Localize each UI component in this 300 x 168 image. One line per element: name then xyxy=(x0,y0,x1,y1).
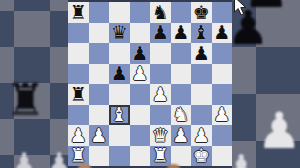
square-h4[interactable] xyxy=(212,84,233,105)
blurred-background-right: ♟♟♟♟ xyxy=(232,0,300,168)
square-g5[interactable] xyxy=(191,64,212,85)
square-g6[interactable]: ♟ xyxy=(191,43,212,64)
square-a5[interactable] xyxy=(68,64,89,85)
square-d8[interactable] xyxy=(130,2,151,23)
square-e2[interactable]: ♛ xyxy=(150,125,171,146)
square-f1[interactable] xyxy=(171,146,192,167)
square-b2[interactable]: ♟ xyxy=(89,125,110,146)
white-rook-e1[interactable]: ♜ xyxy=(152,146,169,165)
white-pawn-a2[interactable]: ♟ xyxy=(70,126,87,145)
square-b6[interactable] xyxy=(89,43,110,64)
square-a6[interactable] xyxy=(68,43,89,64)
square-h7[interactable]: ♟ xyxy=(212,23,233,44)
square-f3[interactable]: ♞ xyxy=(171,105,192,126)
square-g3[interactable] xyxy=(191,105,212,126)
square-d5[interactable]: ♟ xyxy=(130,64,151,85)
square-f6[interactable] xyxy=(171,43,192,64)
black-pawn-d6[interactable]: ♟ xyxy=(131,44,148,63)
square-g4[interactable] xyxy=(191,84,212,105)
square-h6[interactable] xyxy=(212,43,233,64)
square-e5[interactable] xyxy=(150,64,171,85)
square-e8[interactable]: ♞ xyxy=(150,2,171,23)
black-pawn-g6[interactable]: ♟ xyxy=(193,44,210,63)
square-g7[interactable]: ♝ xyxy=(191,23,212,44)
square-f8[interactable] xyxy=(171,2,192,23)
square-a2[interactable]: ♟ xyxy=(68,125,89,146)
white-pawn-e4[interactable]: ♟ xyxy=(152,85,169,104)
square-h2[interactable] xyxy=(212,125,233,146)
white-bishop-c3[interactable]: ♝ xyxy=(111,105,128,124)
square-e1[interactable]: ♜ xyxy=(150,146,171,167)
black-knight-e8[interactable]: ♞ xyxy=(152,3,169,22)
square-h3[interactable]: ♟ xyxy=(212,105,233,126)
blurred-white-pawn: ♟ xyxy=(257,106,300,156)
square-d2[interactable] xyxy=(130,125,151,146)
square-d7[interactable] xyxy=(130,23,151,44)
square-g8[interactable]: ♚ xyxy=(191,2,212,23)
white-pawn-h3[interactable]: ♟ xyxy=(213,105,230,124)
black-pawn-e7[interactable]: ♟ xyxy=(152,23,169,42)
blurred-black-piece-bottom: ♟ xyxy=(243,0,290,15)
square-g2[interactable]: ♟ xyxy=(191,125,212,146)
white-pawn-b2[interactable]: ♟ xyxy=(90,126,107,145)
black-queen-c7[interactable]: ♛ xyxy=(111,23,128,42)
square-d1[interactable] xyxy=(130,146,151,167)
square-c7[interactable]: ♛ xyxy=(109,23,130,44)
square-c2[interactable] xyxy=(109,125,130,146)
white-knight-f3[interactable]: ♞ xyxy=(172,105,189,124)
square-d3[interactable] xyxy=(130,105,151,126)
square-b5[interactable] xyxy=(89,64,110,85)
white-pawn-f2[interactable]: ♟ xyxy=(172,126,189,145)
white-pawn-d5[interactable]: ♟ xyxy=(131,64,148,83)
black-rook-a8[interactable]: ♜ xyxy=(70,3,87,22)
square-e3[interactable] xyxy=(150,105,171,126)
blurred-white-pawn-top: ♟ xyxy=(232,150,256,168)
square-c8[interactable] xyxy=(109,2,130,23)
square-d4[interactable] xyxy=(130,84,151,105)
video-frame: ♜♟♟ ♟♟♟♟ ♜♞♚♛♟♟♝♟♟♟♟♟♜♟♝♞♟♟♟♛♟♟♜♜♚ xyxy=(0,0,300,168)
square-c3[interactable]: ♝ xyxy=(109,105,130,126)
black-pawn-f7[interactable]: ♟ xyxy=(172,23,189,42)
square-a4[interactable]: ♜ xyxy=(68,84,89,105)
square-c1[interactable] xyxy=(109,146,130,167)
black-king-g8[interactable]: ♚ xyxy=(193,3,210,22)
black-pawn-h7[interactable]: ♟ xyxy=(213,23,230,42)
square-a3[interactable] xyxy=(68,105,89,126)
blurred-piece-top xyxy=(78,164,91,168)
square-f4[interactable] xyxy=(171,84,192,105)
square-h8[interactable] xyxy=(212,2,233,23)
square-d6[interactable]: ♟ xyxy=(130,43,151,64)
square-h1[interactable] xyxy=(212,146,233,167)
square-b1[interactable] xyxy=(89,146,110,167)
blurred-white-pawn: ♟ xyxy=(47,149,68,168)
chess-board[interactable]: ♜♞♚♛♟♟♝♟♟♟♟♟♜♟♝♞♟♟♟♛♟♟♜♜♚ xyxy=(68,2,232,166)
square-a7[interactable] xyxy=(68,23,89,44)
white-queen-e2[interactable]: ♛ xyxy=(152,126,169,145)
square-f7[interactable]: ♟ xyxy=(171,23,192,44)
blurred-piece-top xyxy=(167,164,180,168)
square-e7[interactable]: ♟ xyxy=(150,23,171,44)
square-h5[interactable] xyxy=(212,64,233,85)
square-c6[interactable] xyxy=(109,43,130,64)
square-g1[interactable]: ♚ xyxy=(191,146,212,167)
square-b4[interactable] xyxy=(89,84,110,105)
square-a1[interactable]: ♜ xyxy=(68,146,89,167)
square-b3[interactable] xyxy=(89,105,110,126)
white-pawn-g2[interactable]: ♟ xyxy=(193,126,210,145)
square-b8[interactable] xyxy=(89,2,110,23)
square-e6[interactable] xyxy=(150,43,171,64)
blurred-white-pawn: ♟ xyxy=(12,149,36,168)
square-b7[interactable] xyxy=(89,23,110,44)
square-f2[interactable]: ♟ xyxy=(171,125,192,146)
black-rook-a4[interactable]: ♜ xyxy=(70,85,87,104)
square-f5[interactable] xyxy=(171,64,192,85)
blurred-background-left: ♜♟♟ xyxy=(0,0,68,168)
white-rook-a1[interactable]: ♜ xyxy=(70,146,87,165)
square-e4[interactable]: ♟ xyxy=(150,84,171,105)
white-king-g1[interactable]: ♚ xyxy=(193,146,210,165)
black-bishop-g7[interactable]: ♝ xyxy=(193,23,210,42)
square-a8[interactable]: ♜ xyxy=(68,2,89,23)
square-c4[interactable] xyxy=(109,84,130,105)
blurred-black-rook: ♜ xyxy=(6,78,45,122)
black-pawn-c5[interactable]: ♟ xyxy=(111,64,128,83)
square-c5[interactable]: ♟ xyxy=(109,64,130,85)
